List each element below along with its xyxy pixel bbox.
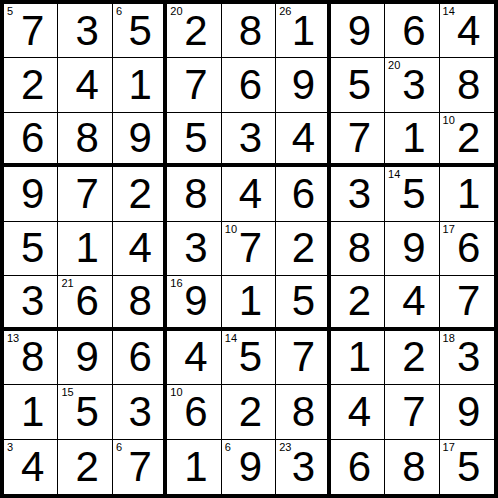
cell-digit: 3 <box>75 10 98 52</box>
cell-digit: 4 <box>239 173 262 215</box>
cell-digit: 1 <box>292 10 315 52</box>
cell-digit: 5 <box>239 336 262 378</box>
cage-sum: 10 <box>170 386 182 398</box>
cell-digit: 3 <box>457 336 480 378</box>
cell-digit: 6 <box>292 173 315 215</box>
cell-r7c6[interactable]: 7 <box>276 331 330 385</box>
cell-r5c7[interactable]: 8 <box>331 222 385 276</box>
cell-digit: 5 <box>292 280 315 322</box>
cell-digit: 8 <box>457 64 480 106</box>
cell-r3c3[interactable]: 9 <box>113 113 167 167</box>
cell-r7c4[interactable]: 4 <box>167 331 221 385</box>
cell-r8c4[interactable]: 106 <box>167 385 221 439</box>
cell-r7c5[interactable]: 145 <box>222 331 276 385</box>
cell-digit: 5 <box>21 227 44 269</box>
cell-digit: 9 <box>184 280 207 322</box>
cell-digit: 2 <box>292 227 315 269</box>
cell-r8c8[interactable]: 7 <box>385 385 439 439</box>
cell-digit: 9 <box>75 336 98 378</box>
cell-digit: 2 <box>21 64 44 106</box>
cell-digit: 6 <box>75 280 98 322</box>
cell-digit: 4 <box>457 10 480 52</box>
cell-digit: 7 <box>292 336 315 378</box>
cell-r1c1[interactable]: 57 <box>4 4 58 58</box>
cell-digit: 1 <box>402 117 425 159</box>
cell-r7c7[interactable]: 1 <box>331 331 385 385</box>
cell-digit: 8 <box>75 117 98 159</box>
cell-digit: 2 <box>402 336 425 378</box>
cell-r4c4[interactable]: 8 <box>167 167 221 221</box>
cell-digit: 5 <box>402 173 425 215</box>
cell-digit: 1 <box>184 446 207 488</box>
cage-sum: 17 <box>443 441 455 453</box>
cell-r5c6[interactable]: 2 <box>276 222 330 276</box>
cell-digit: 2 <box>184 10 207 52</box>
cage-sum: 6 <box>116 441 122 453</box>
cell-digit: 4 <box>21 446 44 488</box>
cell-r8c3[interactable]: 3 <box>113 385 167 439</box>
cell-r5c5[interactable]: 107 <box>222 222 276 276</box>
cell-r5c1[interactable]: 5 <box>4 222 58 276</box>
cell-digit: 6 <box>348 446 371 488</box>
cell-r3c9[interactable]: 102 <box>440 113 494 167</box>
cell-digit: 7 <box>239 227 262 269</box>
cell-r4c1[interactable]: 9 <box>4 167 58 221</box>
cell-r1c7[interactable]: 9 <box>331 4 385 58</box>
cell-digit: 6 <box>457 227 480 269</box>
cell-digit: 8 <box>402 446 425 488</box>
cell-digit: 5 <box>75 391 98 433</box>
cell-r2c2[interactable]: 4 <box>58 58 112 112</box>
cell-r3c6[interactable]: 4 <box>276 113 330 167</box>
cell-digit: 3 <box>402 64 425 106</box>
cell-r1c2[interactable]: 3 <box>58 4 112 58</box>
cell-digit: 6 <box>184 391 207 433</box>
cell-r1c4[interactable]: 202 <box>167 4 221 58</box>
cage-sum: 20 <box>388 59 400 71</box>
cell-r1c8[interactable]: 6 <box>385 4 439 58</box>
cage-sum: 14 <box>388 168 400 180</box>
cell-digit: 1 <box>75 227 98 269</box>
cell-r6c9[interactable]: 7 <box>440 276 494 330</box>
cell-digit: 9 <box>402 227 425 269</box>
cell-r3c1[interactable]: 6 <box>4 113 58 167</box>
cage-sum: 6 <box>225 441 231 453</box>
cell-digit: 4 <box>128 227 151 269</box>
cell-r1c9[interactable]: 144 <box>440 4 494 58</box>
cell-r4c9[interactable]: 1 <box>440 167 494 221</box>
page-background: 5736520282619614424176952038689534711029… <box>0 0 498 498</box>
cage-sum: 17 <box>443 223 455 235</box>
cell-digit: 3 <box>128 391 151 433</box>
cell-r9c2[interactable]: 2 <box>58 440 112 494</box>
cell-r4c7[interactable]: 3 <box>331 167 385 221</box>
cell-r9c8[interactable]: 8 <box>385 440 439 494</box>
cell-digit: 8 <box>128 280 151 322</box>
cell-r8c7[interactable]: 4 <box>331 385 385 439</box>
cell-digit: 2 <box>239 391 262 433</box>
cell-r2c6[interactable]: 9 <box>276 58 330 112</box>
cell-r8c9[interactable]: 9 <box>440 385 494 439</box>
cell-r7c2[interactable]: 9 <box>58 331 112 385</box>
cell-digit: 3 <box>184 227 207 269</box>
cage-sum: 14 <box>225 332 237 344</box>
cell-digit: 6 <box>21 117 44 159</box>
cell-digit: 3 <box>21 280 44 322</box>
cell-r1c6[interactable]: 261 <box>276 4 330 58</box>
cell-r8c1[interactable]: 1 <box>4 385 58 439</box>
cell-r9c3[interactable]: 67 <box>113 440 167 494</box>
cell-r9c7[interactable]: 6 <box>331 440 385 494</box>
sudoku-board: 5736520282619614424176952038689534711029… <box>0 0 498 498</box>
cell-r7c8[interactable]: 2 <box>385 331 439 385</box>
cell-r6c1[interactable]: 3 <box>4 276 58 330</box>
cell-digit: 5 <box>457 446 480 488</box>
cell-r3c4[interactable]: 5 <box>167 113 221 167</box>
cage-sum: 10 <box>443 114 455 126</box>
cell-r9c4[interactable]: 1 <box>167 440 221 494</box>
cage-sum: 3 <box>7 441 13 453</box>
cell-r5c4[interactable]: 3 <box>167 222 221 276</box>
cage-sum: 16 <box>170 277 182 289</box>
cell-digit: 4 <box>402 280 425 322</box>
cell-digit: 7 <box>184 64 207 106</box>
cell-digit: 9 <box>239 446 262 488</box>
cell-r6c7[interactable]: 2 <box>331 276 385 330</box>
cell-r3c7[interactable]: 7 <box>331 113 385 167</box>
cell-digit: 2 <box>457 117 480 159</box>
cell-r7c1[interactable]: 138 <box>4 331 58 385</box>
cell-r6c5[interactable]: 1 <box>222 276 276 330</box>
cell-r8c2[interactable]: 155 <box>58 385 112 439</box>
cell-digit: 4 <box>292 117 315 159</box>
cell-r9c6[interactable]: 233 <box>276 440 330 494</box>
cell-r6c3[interactable]: 8 <box>113 276 167 330</box>
cell-digit: 8 <box>21 336 44 378</box>
cage-sum: 5 <box>7 5 13 17</box>
cell-r2c1[interactable]: 2 <box>4 58 58 112</box>
cage-sum: 6 <box>116 5 122 17</box>
cell-r4c3[interactable]: 2 <box>113 167 167 221</box>
cell-digit: 2 <box>348 280 371 322</box>
cell-digit: 4 <box>184 336 207 378</box>
cell-digit: 1 <box>128 64 151 106</box>
cell-digit: 7 <box>402 391 425 433</box>
cell-digit: 2 <box>128 173 151 215</box>
cell-digit: 6 <box>402 10 425 52</box>
cell-r5c3[interactable]: 4 <box>113 222 167 276</box>
cell-r4c5[interactable]: 4 <box>222 167 276 221</box>
cell-digit: 6 <box>128 336 151 378</box>
cage-sum: 23 <box>279 441 291 453</box>
cell-digit: 7 <box>128 446 151 488</box>
cell-digit: 7 <box>348 117 371 159</box>
cell-r2c5[interactable]: 6 <box>222 58 276 112</box>
cell-digit: 1 <box>457 173 480 215</box>
cell-digit: 1 <box>239 280 262 322</box>
cell-r7c9[interactable]: 183 <box>440 331 494 385</box>
cell-r8c6[interactable]: 8 <box>276 385 330 439</box>
cage-sum: 14 <box>443 5 455 17</box>
cell-r9c1[interactable]: 34 <box>4 440 58 494</box>
cell-r5c9[interactable]: 176 <box>440 222 494 276</box>
cage-sum: 15 <box>61 386 73 398</box>
cell-r3c8[interactable]: 1 <box>385 113 439 167</box>
cell-digit: 1 <box>21 391 44 433</box>
cell-r3c5[interactable]: 3 <box>222 113 276 167</box>
cell-digit: 7 <box>457 280 480 322</box>
cell-r6c4[interactable]: 169 <box>167 276 221 330</box>
cell-digit: 8 <box>239 10 262 52</box>
cell-digit: 8 <box>348 227 371 269</box>
cell-digit: 4 <box>75 64 98 106</box>
cage-sum: 13 <box>7 332 19 344</box>
cell-digit: 9 <box>457 391 480 433</box>
cell-r2c8[interactable]: 203 <box>385 58 439 112</box>
cell-digit: 3 <box>348 173 371 215</box>
cell-digit: 9 <box>292 64 315 106</box>
cell-digit: 3 <box>239 117 262 159</box>
cell-r6c2[interactable]: 216 <box>58 276 112 330</box>
cell-r9c5[interactable]: 69 <box>222 440 276 494</box>
cell-digit: 9 <box>348 10 371 52</box>
cage-sum: 26 <box>279 5 291 17</box>
cell-r1c5[interactable]: 8 <box>222 4 276 58</box>
cell-r2c3[interactable]: 1 <box>113 58 167 112</box>
cell-r2c9[interactable]: 8 <box>440 58 494 112</box>
cell-r6c6[interactable]: 5 <box>276 276 330 330</box>
cell-r4c6[interactable]: 6 <box>276 167 330 221</box>
cell-r5c8[interactable]: 9 <box>385 222 439 276</box>
cell-r8c5[interactable]: 2 <box>222 385 276 439</box>
cell-digit: 9 <box>21 173 44 215</box>
cell-digit: 8 <box>184 173 207 215</box>
cell-digit: 5 <box>128 10 151 52</box>
cell-r7c3[interactable]: 6 <box>113 331 167 385</box>
cell-digit: 7 <box>75 173 98 215</box>
cell-digit: 8 <box>292 391 315 433</box>
cell-digit: 6 <box>239 64 262 106</box>
cage-sum: 20 <box>170 5 182 17</box>
cell-r4c2[interactable]: 7 <box>58 167 112 221</box>
cell-digit: 5 <box>184 117 207 159</box>
cell-r2c4[interactable]: 7 <box>167 58 221 112</box>
cage-sum: 18 <box>443 332 455 344</box>
cell-r9c9[interactable]: 175 <box>440 440 494 494</box>
cage-sum: 21 <box>61 277 73 289</box>
cell-r1c3[interactable]: 65 <box>113 4 167 58</box>
cell-digit: 7 <box>21 10 44 52</box>
cell-digit: 2 <box>75 446 98 488</box>
cell-digit: 5 <box>348 64 371 106</box>
cell-digit: 3 <box>292 446 315 488</box>
cell-digit: 9 <box>128 117 151 159</box>
cell-r2c7[interactable]: 5 <box>331 58 385 112</box>
cell-r5c2[interactable]: 1 <box>58 222 112 276</box>
cell-r3c2[interactable]: 8 <box>58 113 112 167</box>
cell-digit: 4 <box>348 391 371 433</box>
cage-sum: 10 <box>225 223 237 235</box>
cell-r4c8[interactable]: 145 <box>385 167 439 221</box>
cell-digit: 1 <box>348 336 371 378</box>
cell-r6c8[interactable]: 4 <box>385 276 439 330</box>
